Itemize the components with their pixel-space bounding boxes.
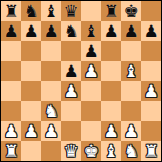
square-e3[interactable] xyxy=(81,101,101,121)
square-g4[interactable] xyxy=(121,81,141,101)
black-pawn-icon: ♟ xyxy=(143,21,158,41)
square-f1[interactable]: ♝ xyxy=(101,141,121,161)
white-pawn-icon: ♟ xyxy=(83,61,98,81)
square-a1[interactable]: ♜ xyxy=(1,141,21,161)
square-g6[interactable] xyxy=(121,41,141,61)
white-pawn-icon: ♟ xyxy=(123,121,138,141)
white-rook-icon: ♜ xyxy=(143,141,158,161)
black-rook-icon: ♜ xyxy=(3,1,18,21)
square-h6[interactable] xyxy=(141,41,161,61)
square-c1[interactable] xyxy=(41,141,61,161)
square-h2[interactable] xyxy=(141,121,161,141)
black-pawn-icon: ♟ xyxy=(23,21,38,41)
square-h3[interactable] xyxy=(141,101,161,121)
square-b5[interactable] xyxy=(21,61,41,81)
square-h4[interactable]: ♟ xyxy=(141,81,161,101)
square-e6[interactable]: ♟ xyxy=(81,41,101,61)
white-rook-icon: ♜ xyxy=(3,141,18,161)
square-h8[interactable] xyxy=(141,1,161,21)
square-c5[interactable] xyxy=(41,61,61,81)
square-a8[interactable]: ♜ xyxy=(1,1,21,21)
square-f4[interactable] xyxy=(101,81,121,101)
square-h1[interactable]: ♜ xyxy=(141,141,161,161)
square-b1[interactable] xyxy=(21,141,41,161)
square-c3[interactable]: ♞ xyxy=(41,101,61,121)
square-a3[interactable] xyxy=(1,101,21,121)
square-e2[interactable] xyxy=(81,121,101,141)
square-b6[interactable] xyxy=(21,41,41,61)
square-e5[interactable]: ♟ xyxy=(81,61,101,81)
square-a4[interactable] xyxy=(1,81,21,101)
square-d6[interactable] xyxy=(61,41,81,61)
square-d8[interactable]: ♛ xyxy=(61,1,81,21)
square-d5[interactable]: ♟ xyxy=(61,61,81,81)
square-f5[interactable] xyxy=(101,61,121,81)
chess-board: ♜♞♝♛♜♚♟♟♟♞♝♟♟♟♟♟♟♝♟♟♞♟♟♟♟♟♜♛♚♝♞♜ xyxy=(1,1,161,161)
square-g7[interactable]: ♟ xyxy=(121,21,141,41)
square-c6[interactable] xyxy=(41,41,61,61)
square-h7[interactable]: ♟ xyxy=(141,21,161,41)
square-f6[interactable] xyxy=(101,41,121,61)
white-queen-icon: ♛ xyxy=(63,141,78,161)
square-e1[interactable]: ♚ xyxy=(81,141,101,161)
black-bishop-icon: ♝ xyxy=(43,1,58,21)
square-d3[interactable] xyxy=(61,101,81,121)
black-pawn-icon: ♟ xyxy=(43,21,58,41)
black-rook-icon: ♜ xyxy=(103,1,118,21)
white-bishop-icon: ♝ xyxy=(103,141,118,161)
white-pawn-icon: ♟ xyxy=(23,121,38,141)
black-pawn-icon: ♟ xyxy=(3,21,18,41)
white-knight-icon: ♞ xyxy=(43,101,58,121)
white-pawn-icon: ♟ xyxy=(43,121,58,141)
black-queen-icon: ♛ xyxy=(63,1,78,21)
square-e4[interactable] xyxy=(81,81,101,101)
square-f8[interactable]: ♜ xyxy=(101,1,121,21)
square-f2[interactable]: ♟ xyxy=(101,121,121,141)
square-b3[interactable] xyxy=(21,101,41,121)
chess-board-frame: ♜♞♝♛♜♚♟♟♟♞♝♟♟♟♟♟♟♝♟♟♞♟♟♟♟♟♜♛♚♝♞♜ xyxy=(0,0,162,162)
square-g1[interactable]: ♞ xyxy=(121,141,141,161)
square-d1[interactable]: ♛ xyxy=(61,141,81,161)
square-g8[interactable]: ♚ xyxy=(121,1,141,21)
square-b8[interactable]: ♞ xyxy=(21,1,41,21)
white-pawn-icon: ♟ xyxy=(63,81,78,101)
black-king-icon: ♚ xyxy=(123,1,138,21)
square-d4[interactable]: ♟ xyxy=(61,81,81,101)
square-g3[interactable] xyxy=(121,101,141,121)
white-pawn-icon: ♟ xyxy=(3,121,18,141)
square-e8[interactable] xyxy=(81,1,101,21)
black-knight-icon: ♞ xyxy=(23,1,38,21)
square-a7[interactable]: ♟ xyxy=(1,21,21,41)
black-pawn-icon: ♟ xyxy=(103,21,118,41)
white-pawn-icon: ♟ xyxy=(103,121,118,141)
square-g5[interactable]: ♝ xyxy=(121,61,141,81)
white-bishop-icon: ♝ xyxy=(123,61,138,81)
square-c4[interactable] xyxy=(41,81,61,101)
square-b4[interactable] xyxy=(21,81,41,101)
square-a6[interactable] xyxy=(1,41,21,61)
square-g2[interactable]: ♟ xyxy=(121,121,141,141)
square-d2[interactable] xyxy=(61,121,81,141)
black-pawn-icon: ♟ xyxy=(83,41,98,61)
square-b2[interactable]: ♟ xyxy=(21,121,41,141)
black-knight-icon: ♞ xyxy=(63,21,78,41)
square-c2[interactable]: ♟ xyxy=(41,121,61,141)
black-pawn-icon: ♟ xyxy=(63,61,78,81)
square-e7[interactable]: ♝ xyxy=(81,21,101,41)
black-bishop-icon: ♝ xyxy=(83,21,98,41)
square-f3[interactable] xyxy=(101,101,121,121)
square-c8[interactable]: ♝ xyxy=(41,1,61,21)
square-c7[interactable]: ♟ xyxy=(41,21,61,41)
square-b7[interactable]: ♟ xyxy=(21,21,41,41)
white-pawn-icon: ♟ xyxy=(143,81,158,101)
white-king-icon: ♚ xyxy=(83,141,98,161)
square-d7[interactable]: ♞ xyxy=(61,21,81,41)
square-a2[interactable]: ♟ xyxy=(1,121,21,141)
black-pawn-icon: ♟ xyxy=(123,21,138,41)
square-f7[interactable]: ♟ xyxy=(101,21,121,41)
square-a5[interactable] xyxy=(1,61,21,81)
white-knight-icon: ♞ xyxy=(123,141,138,161)
square-h5[interactable] xyxy=(141,61,161,81)
